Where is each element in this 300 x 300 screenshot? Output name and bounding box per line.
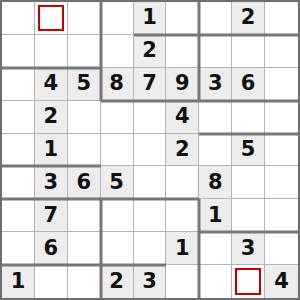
cell-r6c7[interactable]: 8 <box>199 166 232 199</box>
cell-r8c6[interactable]: 1 <box>166 232 199 265</box>
cell-r2c3[interactable] <box>68 35 101 68</box>
cell-r6c9[interactable] <box>265 166 298 199</box>
cell-r7c7[interactable]: 1 <box>199 199 232 232</box>
cell-r6c2[interactable]: 3 <box>35 166 68 199</box>
cell-r3c2[interactable]: 4 <box>35 68 68 101</box>
cell-r1c8[interactable]: 2 <box>232 2 265 35</box>
cell-r8c9[interactable] <box>265 232 298 265</box>
cell-r8c5[interactable] <box>134 232 167 265</box>
cell-r5c7[interactable] <box>199 134 232 167</box>
cell-r4c1[interactable] <box>2 101 35 134</box>
cell-r1c4[interactable] <box>101 2 134 35</box>
red-highlight-box <box>38 5 64 31</box>
cell-r8c3[interactable] <box>68 232 101 265</box>
cell-r6c5[interactable] <box>134 166 167 199</box>
cell-r2c2[interactable] <box>35 35 68 68</box>
cell-r2c5[interactable]: 2 <box>134 35 167 68</box>
cell-r4c4[interactable] <box>101 101 134 134</box>
cell-r7c6[interactable] <box>166 199 199 232</box>
cell-r9c6[interactable] <box>166 265 199 298</box>
cell-r8c7[interactable] <box>199 232 232 265</box>
cell-r7c2[interactable]: 7 <box>35 199 68 232</box>
cell-r8c1[interactable] <box>2 232 35 265</box>
cell-r9c3[interactable] <box>68 265 101 298</box>
cell-r6c1[interactable] <box>2 166 35 199</box>
cell-r9c4[interactable]: 2 <box>101 265 134 298</box>
cell-r4c6[interactable]: 4 <box>166 101 199 134</box>
cell-r3c3[interactable]: 5 <box>68 68 101 101</box>
cell-r8c8[interactable]: 3 <box>232 232 265 265</box>
cell-r7c1[interactable] <box>2 199 35 232</box>
cell-r7c9[interactable] <box>265 199 298 232</box>
cell-r5c6[interactable]: 2 <box>166 134 199 167</box>
red-highlight-box <box>235 268 261 295</box>
cell-r7c4[interactable] <box>101 199 134 232</box>
cell-r5c8[interactable]: 5 <box>232 134 265 167</box>
cell-r5c1[interactable] <box>2 134 35 167</box>
cell-r2c8[interactable] <box>232 35 265 68</box>
sudoku-grid: 1224587936241253658716131234 <box>2 2 298 298</box>
cell-r4c3[interactable] <box>68 101 101 134</box>
cell-r2c9[interactable] <box>265 35 298 68</box>
cell-r2c1[interactable] <box>2 35 35 68</box>
cell-r9c7[interactable] <box>199 265 232 298</box>
cell-r9c1[interactable]: 1 <box>2 265 35 298</box>
cell-r6c8[interactable] <box>232 166 265 199</box>
cell-r3c5[interactable]: 7 <box>134 68 167 101</box>
cell-r4c9[interactable] <box>265 101 298 134</box>
cell-r4c2[interactable]: 2 <box>35 101 68 134</box>
cell-r2c7[interactable] <box>199 35 232 68</box>
cell-r1c6[interactable] <box>166 2 199 35</box>
cell-r5c9[interactable] <box>265 134 298 167</box>
cell-r9c2[interactable] <box>35 265 68 298</box>
cell-r4c8[interactable] <box>232 101 265 134</box>
cell-r9c9[interactable]: 4 <box>265 265 298 298</box>
cell-r9c8[interactable] <box>232 265 265 298</box>
cell-r6c3[interactable]: 6 <box>68 166 101 199</box>
cell-r3c8[interactable]: 6 <box>232 68 265 101</box>
cell-r1c2[interactable] <box>35 2 68 35</box>
cell-r5c5[interactable] <box>134 134 167 167</box>
cell-r1c3[interactable] <box>68 2 101 35</box>
cell-r2c4[interactable] <box>101 35 134 68</box>
cell-r6c6[interactable] <box>166 166 199 199</box>
cell-r7c5[interactable] <box>134 199 167 232</box>
cell-r1c1[interactable] <box>2 2 35 35</box>
cell-r7c8[interactable] <box>232 199 265 232</box>
cell-r7c3[interactable] <box>68 199 101 232</box>
cell-r2c6[interactable] <box>166 35 199 68</box>
cell-r3c4[interactable]: 8 <box>101 68 134 101</box>
cell-r8c4[interactable] <box>101 232 134 265</box>
cell-r1c5[interactable]: 1 <box>134 2 167 35</box>
cell-r3c6[interactable]: 9 <box>166 68 199 101</box>
cell-r3c7[interactable]: 3 <box>199 68 232 101</box>
cell-r1c9[interactable] <box>265 2 298 35</box>
cell-r3c9[interactable] <box>265 68 298 101</box>
cell-r1c7[interactable] <box>199 2 232 35</box>
cell-r5c4[interactable] <box>101 134 134 167</box>
cell-r4c7[interactable] <box>199 101 232 134</box>
cell-r5c2[interactable]: 1 <box>35 134 68 167</box>
cell-r5c3[interactable] <box>68 134 101 167</box>
sudoku-board: 1224587936241253658716131234 <box>0 0 300 300</box>
cell-r4c5[interactable] <box>134 101 167 134</box>
cell-r6c4[interactable]: 5 <box>101 166 134 199</box>
cell-r9c5[interactable]: 3 <box>134 265 167 298</box>
cell-r3c1[interactable] <box>2 68 35 101</box>
cell-r8c2[interactable]: 6 <box>35 232 68 265</box>
